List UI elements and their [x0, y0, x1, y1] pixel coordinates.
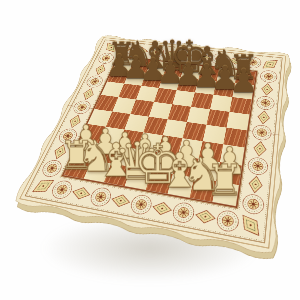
square-h1 — [212, 181, 238, 206]
photo-background: ♜♞♝♛♚♝♞♜♟♟♟♟♟♟♟♟♟♟♟♟♟♟♟♟♜♞♝♛♚♝♞♜ — [0, 0, 300, 300]
